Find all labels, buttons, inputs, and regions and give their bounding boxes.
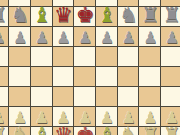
piece-silver-knight[interactable]: ♞ — [9, 5, 31, 26]
piece-silver-pawn[interactable]: ♟ — [31, 30, 53, 46]
board-square[interactable] — [161, 87, 180, 107]
piece-silver-rook[interactable]: ♜ — [140, 5, 162, 26]
piece-silver-pawn[interactable]: ♟ — [118, 30, 140, 46]
piece-silver-king[interactable]: ♚ — [74, 5, 96, 26]
piece-silver-pawn[interactable]: ♟ — [161, 30, 180, 46]
piece-silver-knight[interactable]: ♞ — [118, 5, 140, 26]
board-square[interactable] — [74, 87, 96, 107]
piece-gold-rook[interactable]: ♜ — [140, 125, 162, 135]
piece-silver-queen[interactable]: ♛ — [53, 5, 75, 26]
board-square[interactable] — [96, 67, 118, 87]
piece-gold-queen[interactable]: ♛ — [53, 125, 75, 135]
board-square[interactable] — [139, 47, 161, 67]
piece-silver-pawn[interactable]: ♟ — [96, 30, 118, 46]
board-square[interactable] — [9, 87, 31, 107]
board-square[interactable] — [161, 67, 180, 87]
piece-silver-pawn[interactable]: ♟ — [53, 30, 75, 46]
board-square[interactable] — [31, 67, 53, 87]
board-square[interactable] — [9, 47, 31, 67]
board-square[interactable] — [96, 47, 118, 67]
board-square[interactable] — [0, 87, 9, 107]
board-square[interactable] — [74, 47, 96, 67]
board-square[interactable] — [9, 67, 31, 87]
board-square[interactable] — [118, 67, 140, 87]
piece-silver-pawn[interactable]: ♟ — [74, 30, 96, 46]
board-square[interactable] — [0, 67, 9, 87]
piece-silver-rook[interactable]: ♜ — [161, 5, 180, 26]
piece-gold-knight[interactable]: ♞ — [118, 125, 140, 135]
board-square[interactable] — [96, 87, 118, 107]
piece-silver-rook[interactable]: ♜ — [0, 5, 9, 26]
board-square[interactable] — [53, 67, 75, 87]
board-square[interactable] — [74, 67, 96, 87]
board-square[interactable] — [53, 87, 75, 107]
chess-game-window: ♜♞♝♛♚♝♞♜♜♟♟♟♟♟♟♟♟♟♟♟♟♟♟♟♟♟♟♜♞♝♛♚♝♞♜♜ — [0, 0, 180, 135]
board-square[interactable] — [118, 87, 140, 107]
board-square[interactable] — [118, 47, 140, 67]
board-square[interactable] — [139, 67, 161, 87]
board-square[interactable] — [161, 47, 180, 67]
board-square[interactable] — [31, 47, 53, 67]
board-square[interactable] — [53, 47, 75, 67]
piece-gold-bishop[interactable]: ♝ — [31, 125, 53, 135]
piece-silver-pawn[interactable]: ♟ — [0, 30, 9, 46]
piece-gold-rook[interactable]: ♜ — [161, 125, 180, 135]
board-square[interactable] — [31, 87, 53, 107]
piece-silver-bishop[interactable]: ♝ — [96, 5, 118, 26]
board-square[interactable] — [0, 47, 9, 67]
piece-gold-rook[interactable]: ♜ — [0, 125, 9, 135]
piece-gold-king[interactable]: ♚ — [74, 125, 96, 135]
piece-silver-pawn[interactable]: ♟ — [140, 30, 162, 46]
piece-silver-bishop[interactable]: ♝ — [31, 5, 53, 26]
piece-gold-knight[interactable]: ♞ — [9, 125, 31, 135]
piece-gold-bishop[interactable]: ♝ — [96, 125, 118, 135]
piece-silver-pawn[interactable]: ♟ — [9, 30, 31, 46]
board-square[interactable] — [139, 87, 161, 107]
